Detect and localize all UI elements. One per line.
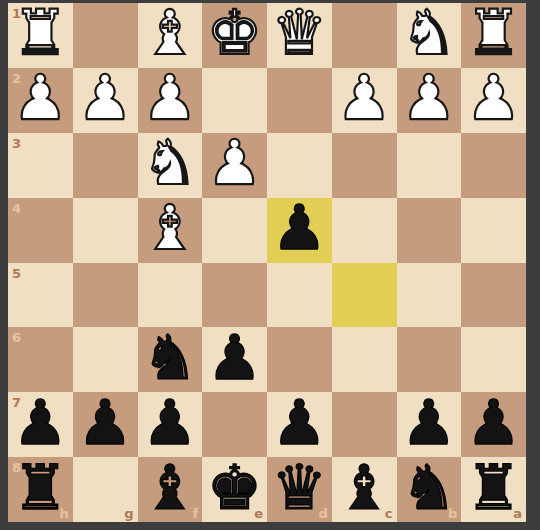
square-f7[interactable]: ♟ (138, 392, 203, 457)
square-g5[interactable] (73, 263, 138, 328)
square-f5[interactable] (138, 263, 203, 328)
rank-label-3: 3 (12, 137, 21, 150)
piece-black-pawn-d4: ♟ (272, 197, 328, 259)
square-c8[interactable]: ♝c (332, 457, 397, 522)
square-f3[interactable]: ♞ (138, 133, 203, 198)
piece-black-bishop-c8: ♝ (336, 457, 392, 519)
square-b1[interactable]: ♞ (397, 3, 462, 68)
piece-black-pawn-g7: ♟ (77, 392, 133, 454)
square-d6[interactable] (267, 327, 332, 392)
square-a8[interactable]: ♜a (461, 457, 526, 522)
piece-black-pawn-d7: ♟ (272, 392, 328, 454)
square-h8[interactable]: ♜8h (8, 457, 73, 522)
square-g4[interactable] (73, 198, 138, 263)
piece-white-knight-b1: ♞ (401, 2, 457, 64)
square-a1[interactable]: ♜ (461, 3, 526, 68)
square-d1[interactable]: ♛ (267, 3, 332, 68)
square-g8[interactable]: g (73, 457, 138, 522)
square-h1[interactable]: ♜1 (8, 3, 73, 68)
square-e2[interactable] (202, 68, 267, 133)
piece-black-knight-f6: ♞ (142, 327, 198, 389)
square-b7[interactable]: ♟ (397, 392, 462, 457)
square-h5[interactable]: 5 (8, 263, 73, 328)
chess-board-screenshot: ♜1♝♚♛♞♜♟2♟♟♟♟♟3♞♟4♝♟56♞♟♟7♟♟♟♟♟♜8hg♝f♚e♛… (0, 0, 540, 530)
square-g7[interactable]: ♟ (73, 392, 138, 457)
square-d7[interactable]: ♟ (267, 392, 332, 457)
piece-white-pawn-a2: ♟ (466, 67, 522, 129)
piece-white-king-e1: ♚ (207, 2, 263, 64)
square-c4[interactable] (332, 198, 397, 263)
square-d4[interactable]: ♟ (267, 198, 332, 263)
square-f4[interactable]: ♝ (138, 198, 203, 263)
square-c3[interactable] (332, 133, 397, 198)
square-f6[interactable]: ♞ (138, 327, 203, 392)
square-a7[interactable]: ♟ (461, 392, 526, 457)
square-c5[interactable] (332, 263, 397, 328)
square-e5[interactable] (202, 263, 267, 328)
square-b4[interactable] (397, 198, 462, 263)
square-g6[interactable] (73, 327, 138, 392)
piece-black-bishop-f8: ♝ (142, 457, 198, 519)
square-d5[interactable] (267, 263, 332, 328)
square-a3[interactable] (461, 133, 526, 198)
square-c6[interactable] (332, 327, 397, 392)
piece-white-pawn-g2: ♟ (77, 67, 133, 129)
square-e1[interactable]: ♚ (202, 3, 267, 68)
piece-white-bishop-f4: ♝ (142, 197, 198, 259)
square-a4[interactable] (461, 198, 526, 263)
piece-white-knight-f3: ♞ (142, 132, 198, 194)
square-b5[interactable] (397, 263, 462, 328)
piece-black-king-e8: ♚ (207, 457, 263, 519)
square-c2[interactable]: ♟ (332, 68, 397, 133)
square-e6[interactable]: ♟ (202, 327, 267, 392)
square-e8[interactable]: ♚e (202, 457, 267, 522)
piece-white-queen-d1: ♛ (272, 2, 328, 64)
square-a6[interactable] (461, 327, 526, 392)
square-a2[interactable]: ♟ (461, 68, 526, 133)
piece-black-pawn-a7: ♟ (466, 392, 522, 454)
piece-white-rook-h1: ♜ (13, 2, 69, 64)
square-a5[interactable] (461, 263, 526, 328)
square-f2[interactable]: ♟ (138, 68, 203, 133)
square-g3[interactable] (73, 133, 138, 198)
square-h2[interactable]: ♟2 (8, 68, 73, 133)
rank-label-6: 6 (12, 331, 21, 344)
square-h4[interactable]: 4 (8, 198, 73, 263)
square-d8[interactable]: ♛d (267, 457, 332, 522)
piece-white-bishop-f1: ♝ (142, 2, 198, 64)
square-b3[interactable] (397, 133, 462, 198)
square-c1[interactable] (332, 3, 397, 68)
square-f8[interactable]: ♝f (138, 457, 203, 522)
square-c7[interactable] (332, 392, 397, 457)
square-e4[interactable] (202, 198, 267, 263)
square-b2[interactable]: ♟ (397, 68, 462, 133)
piece-black-pawn-e6: ♟ (207, 327, 263, 389)
piece-black-pawn-b7: ♟ (401, 392, 457, 454)
piece-black-rook-h8: ♜ (13, 457, 69, 519)
piece-white-pawn-b2: ♟ (401, 67, 457, 129)
rank-label-5: 5 (12, 267, 21, 280)
square-e3[interactable]: ♟ (202, 133, 267, 198)
square-b6[interactable] (397, 327, 462, 392)
piece-black-rook-a8: ♜ (466, 457, 522, 519)
square-h7[interactable]: ♟7 (8, 392, 73, 457)
square-g2[interactable]: ♟ (73, 68, 138, 133)
square-b8[interactable]: ♞b (397, 457, 462, 522)
piece-white-pawn-c2: ♟ (336, 67, 392, 129)
rank-label-4: 4 (12, 202, 21, 215)
square-d3[interactable] (267, 133, 332, 198)
chess-board: ♜1♝♚♛♞♜♟2♟♟♟♟♟3♞♟4♝♟56♞♟♟7♟♟♟♟♟♜8hg♝f♚e♛… (8, 3, 526, 522)
square-h6[interactable]: 6 (8, 327, 73, 392)
square-e7[interactable] (202, 392, 267, 457)
file-label-g: g (124, 507, 133, 520)
square-f1[interactable]: ♝ (138, 3, 203, 68)
piece-white-rook-a1: ♜ (466, 2, 522, 64)
square-h3[interactable]: 3 (8, 133, 73, 198)
piece-black-pawn-f7: ♟ (142, 392, 198, 454)
square-d2[interactable] (267, 68, 332, 133)
piece-white-pawn-f2: ♟ (142, 67, 198, 129)
piece-black-knight-b8: ♞ (401, 457, 457, 519)
piece-black-queen-d8: ♛ (272, 457, 328, 519)
square-g1[interactable] (73, 3, 138, 68)
piece-white-pawn-e3: ♟ (207, 132, 263, 194)
piece-black-pawn-h7: ♟ (13, 392, 69, 454)
piece-white-pawn-h2: ♟ (13, 67, 69, 129)
